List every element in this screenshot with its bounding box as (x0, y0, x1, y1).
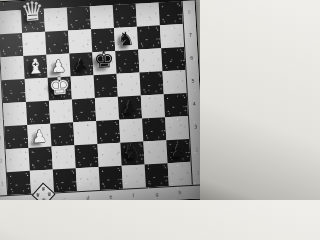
square-e3[interactable] (96, 120, 120, 144)
board-frame: ♛ US CHESS 87654321 ♛♞♝♟♟♚♚♟♟♞♟ 87654321… (0, 0, 200, 200)
piece-black-pawn-d6[interactable]: ♟ (74, 56, 89, 73)
square-g6[interactable] (138, 48, 162, 72)
square-f8[interactable] (113, 4, 137, 28)
square-a7[interactable] (0, 33, 23, 57)
square-g7[interactable] (137, 25, 161, 49)
square-a1[interactable] (7, 171, 31, 195)
square-a2[interactable] (6, 148, 30, 172)
piece-white-bishop-b6[interactable]: ♝ (26, 56, 45, 77)
piece-black-king-e6[interactable]: ♚ (93, 48, 115, 72)
file-label-g: g (155, 192, 158, 197)
square-h2[interactable]: ♟ (166, 139, 190, 163)
square-d1[interactable] (76, 167, 100, 191)
rank-label-right-5: 5 (187, 78, 199, 84)
square-f7[interactable]: ♞ (114, 27, 138, 51)
square-h4[interactable] (164, 93, 188, 117)
square-b3[interactable]: ♟ (27, 124, 51, 148)
chess-board: ♛ US CHESS 87654321 ♛♞♝♟♟♚♚♟♟♞♟ 87654321… (0, 0, 200, 200)
square-g4[interactable] (141, 94, 165, 118)
square-h8[interactable] (159, 1, 183, 25)
rank-label-right-6: 6 (186, 55, 198, 61)
rank-label-left-1: 1 (0, 181, 7, 186)
rank-label-right-4: 4 (188, 101, 200, 107)
square-c2[interactable] (52, 145, 76, 169)
file-label-h: h (178, 190, 181, 195)
square-f5[interactable] (117, 73, 141, 97)
square-d2[interactable] (74, 144, 98, 168)
square-e5[interactable] (94, 74, 118, 98)
square-c4[interactable] (49, 99, 73, 123)
piece-black-knight-f7[interactable]: ♞ (117, 29, 135, 49)
square-c8[interactable] (44, 8, 68, 32)
board-grid: ♛♞♝♟♟♚♚♟♟♞♟ (0, 1, 192, 195)
square-g8[interactable] (136, 2, 160, 26)
rank-label-right-1: 1 (192, 170, 200, 176)
square-c5[interactable]: ♚ (48, 76, 72, 100)
piece-white-queen-b8[interactable]: ♛ (20, 0, 45, 25)
square-h3[interactable] (165, 116, 189, 140)
rank-label-left-2: 2 (0, 158, 5, 163)
square-f4[interactable]: ♟ (118, 96, 142, 120)
square-f2[interactable]: ♞ (120, 141, 144, 165)
rank-label-left-3: 3 (0, 135, 4, 140)
square-g2[interactable] (143, 140, 167, 164)
square-d5[interactable] (71, 75, 95, 99)
square-b2[interactable] (29, 147, 53, 171)
file-label-f: f (132, 193, 134, 198)
square-e1[interactable] (99, 166, 123, 190)
square-g3[interactable] (142, 117, 166, 141)
square-h1[interactable] (168, 162, 192, 186)
rank-label-right-8: 8 (183, 9, 195, 15)
rank-label-left-5: 5 (0, 89, 2, 94)
file-label-d: d (86, 196, 89, 200)
piece-white-king-c5[interactable]: ♚ (48, 73, 71, 98)
square-b6[interactable]: ♝ (23, 55, 47, 79)
piece-white-pawn-b3[interactable]: ♟ (31, 128, 47, 146)
square-h6[interactable] (161, 47, 185, 71)
piece-black-knight-f2[interactable]: ♞ (123, 141, 142, 162)
square-d3[interactable] (73, 121, 97, 145)
square-b5[interactable] (25, 78, 49, 102)
square-f6[interactable] (115, 50, 139, 74)
square-d8[interactable] (67, 6, 91, 30)
rank-label-right-3: 3 (190, 124, 200, 130)
square-a3[interactable] (4, 125, 28, 149)
square-b8[interactable]: ♛ (21, 9, 45, 33)
board-photo: ♛ US CHESS 87654321 ♛♞♝♟♟♚♚♟♟♞♟ 87654321… (0, 0, 200, 200)
square-f1[interactable] (122, 164, 146, 188)
rank-label-right-2: 2 (191, 147, 200, 153)
square-h5[interactable] (162, 70, 186, 94)
square-e8[interactable] (90, 5, 114, 29)
square-a8[interactable] (0, 10, 22, 34)
square-a6[interactable] (0, 56, 24, 80)
square-d7[interactable] (68, 29, 92, 53)
rank-label-right-7: 7 (184, 32, 196, 38)
square-b7[interactable] (22, 32, 46, 56)
piece-black-pawn-f4[interactable]: ♟ (122, 99, 138, 117)
square-e4[interactable] (95, 97, 119, 121)
square-e2[interactable] (97, 143, 121, 167)
square-h7[interactable] (160, 24, 184, 48)
square-d4[interactable] (72, 98, 96, 122)
square-g5[interactable] (140, 71, 164, 95)
square-c7[interactable] (45, 31, 69, 55)
file-label-c: c (63, 197, 66, 200)
square-a5[interactable] (2, 79, 26, 103)
square-c3[interactable] (50, 122, 74, 146)
file-label-e: e (109, 194, 112, 199)
piece-black-pawn-h2[interactable]: ♟ (170, 142, 186, 160)
square-b4[interactable] (26, 101, 50, 125)
file-label-a: a (17, 199, 20, 200)
square-d6[interactable]: ♟ (69, 52, 93, 76)
square-c1[interactable] (53, 168, 77, 192)
square-e6[interactable]: ♚ (92, 51, 116, 75)
rank-label-left-4: 4 (0, 112, 3, 117)
square-g1[interactable] (145, 163, 169, 187)
square-a4[interactable] (3, 102, 27, 126)
